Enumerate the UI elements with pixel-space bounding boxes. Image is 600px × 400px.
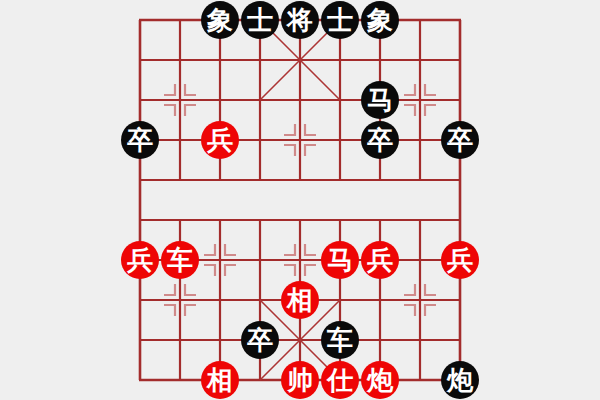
piece-black-elephant[interactable]: 象: [201, 1, 239, 39]
piece-black-advisor[interactable]: 士: [321, 1, 359, 39]
piece-red-advisor[interactable]: 仕: [321, 361, 359, 399]
piece-red-cannon[interactable]: 炮: [361, 361, 399, 399]
piece-layer: 象士将士象马卒兵卒卒兵车马兵兵相卒车相帅仕炮炮: [120, 0, 480, 400]
piece-black-general[interactable]: 将: [281, 1, 319, 39]
piece-black-soldier[interactable]: 卒: [361, 121, 399, 159]
piece-red-soldier[interactable]: 兵: [361, 241, 399, 279]
piece-red-horse[interactable]: 马: [321, 241, 359, 279]
piece-black-advisor[interactable]: 士: [241, 1, 279, 39]
piece-red-elephant[interactable]: 相: [281, 281, 319, 319]
piece-red-general[interactable]: 帅: [281, 361, 319, 399]
piece-red-chariot[interactable]: 车: [161, 241, 199, 279]
piece-black-elephant[interactable]: 象: [361, 1, 399, 39]
piece-black-chariot[interactable]: 车: [321, 321, 359, 359]
xiangqi-board[interactable]: 象士将士象马卒兵卒卒兵车马兵兵相卒车相帅仕炮炮: [0, 0, 600, 400]
piece-black-soldier[interactable]: 卒: [241, 321, 279, 359]
piece-red-elephant[interactable]: 相: [201, 361, 239, 399]
piece-black-soldier[interactable]: 卒: [121, 121, 159, 159]
piece-black-cannon[interactable]: 炮: [441, 361, 479, 399]
piece-red-soldier[interactable]: 兵: [441, 241, 479, 279]
piece-red-soldier[interactable]: 兵: [121, 241, 159, 279]
piece-red-soldier[interactable]: 兵: [201, 121, 239, 159]
piece-black-horse[interactable]: 马: [361, 81, 399, 119]
piece-black-soldier[interactable]: 卒: [441, 121, 479, 159]
